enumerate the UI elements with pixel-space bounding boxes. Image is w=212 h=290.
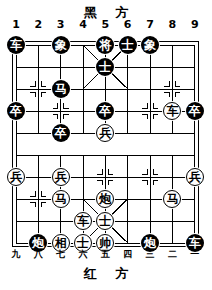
piece-black-horse[interactable]: 马 [52,80,70,98]
piece-red-advisor[interactable]: 士 [96,212,114,230]
file-label-bottom: 九 [5,248,27,261]
piece-red-chariot[interactable]: 车 [74,212,92,230]
file-label-bottom: 二 [161,248,183,261]
piece-red-chariot[interactable]: 车 [163,102,181,120]
file-label-bottom: 四 [117,248,139,261]
red-side-title: 红 方 [0,265,212,283]
piece-black-advisor[interactable]: 士 [96,58,114,76]
piece-black-general[interactable]: 将 [96,36,114,54]
file-label-top: 1 [5,18,27,31]
piece-black-pawn[interactable]: 卒 [7,102,25,120]
file-label-top: 2 [27,18,49,31]
piece-black-pawn[interactable]: 卒 [96,102,114,120]
file-label-top: 4 [72,18,94,31]
file-label-top: 3 [49,18,71,31]
board-grid: 车象将士象士马卒卒车卒卒兵兵兵兵马炮马车士炮相士帅炮车 [5,34,206,254]
piece-red-pawn[interactable]: 兵 [96,124,114,142]
piece-black-elephant[interactable]: 象 [141,36,159,54]
piece-red-pawn[interactable]: 兵 [52,168,70,186]
piece-red-horse[interactable]: 马 [52,190,70,208]
file-label-bottom: 八 [27,248,49,261]
piece-black-pawn[interactable]: 卒 [52,124,70,142]
file-label-top: 9 [184,18,206,31]
file-label-bottom: 一 [184,248,206,261]
piece-red-pawn[interactable]: 兵 [7,168,25,186]
file-label-bottom: 五 [94,248,116,261]
file-labels-bottom: 九八七六五四三二一 [5,248,206,261]
piece-black-advisor[interactable]: 士 [119,36,137,54]
xiangqi-diagram: 黑 方 123456789 车象将士象士马卒卒车卒卒兵兵兵兵马炮马车士炮相士帅炮… [0,0,212,290]
piece-red-pawn[interactable]: 兵 [186,168,204,186]
piece-black-chariot[interactable]: 车 [7,36,25,54]
file-label-top: 8 [161,18,183,31]
file-label-top: 5 [94,18,116,31]
file-label-top: 7 [139,18,161,31]
file-labels-top: 123456789 [5,18,206,31]
file-label-bottom: 六 [72,248,94,261]
piece-red-horse[interactable]: 马 [163,190,181,208]
piece-black-elephant[interactable]: 象 [52,36,70,54]
file-label-bottom: 三 [139,248,161,261]
piece-red-cannon[interactable]: 炮 [96,190,114,208]
file-label-bottom: 七 [49,248,71,261]
file-label-top: 6 [117,18,139,31]
piece-black-pawn[interactable]: 卒 [186,102,204,120]
